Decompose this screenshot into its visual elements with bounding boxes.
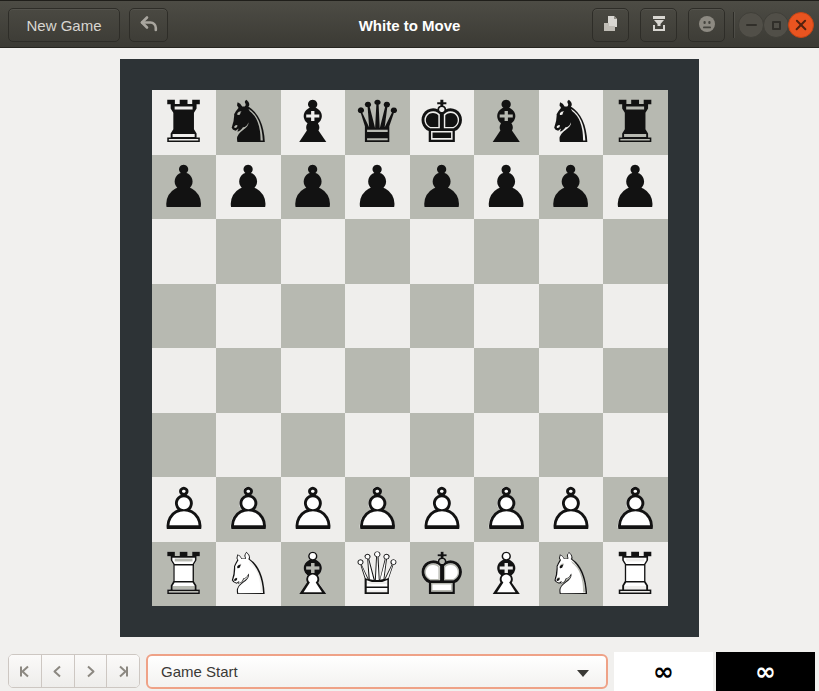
new-game-label: New Game (26, 17, 101, 34)
white-pawn: ♟♙ (351, 480, 403, 538)
square-h6[interactable] (603, 219, 668, 284)
black-pawn: ♟ (158, 158, 210, 216)
black-bishop: ♝ (480, 93, 532, 151)
square-a1[interactable]: ♜♖ (152, 542, 217, 607)
white-pawn: ♟♙ (416, 480, 468, 538)
square-h7[interactable]: ♟ (603, 155, 668, 220)
square-b8[interactable]: ♞ (216, 90, 281, 155)
square-c4[interactable] (281, 348, 346, 413)
move-selector-dropdown[interactable]: Game Start (146, 654, 608, 689)
save-game-button[interactable] (592, 8, 629, 42)
white-clock: ∞ (614, 652, 713, 691)
square-a6[interactable] (152, 219, 217, 284)
square-f5[interactable] (474, 284, 539, 349)
white-king: ♚♔ (416, 545, 468, 603)
square-c8[interactable]: ♝ (281, 90, 346, 155)
previous-move-button[interactable] (42, 655, 75, 687)
square-e7[interactable]: ♟ (410, 155, 475, 220)
square-e5[interactable] (410, 284, 475, 349)
square-g7[interactable]: ♟ (539, 155, 604, 220)
black-pawn: ♟ (351, 158, 403, 216)
square-g8[interactable]: ♞ (539, 90, 604, 155)
square-f6[interactable] (474, 219, 539, 284)
square-b2[interactable]: ♟♙ (216, 477, 281, 542)
white-bishop: ♝♗ (287, 545, 339, 603)
square-e3[interactable] (410, 413, 475, 478)
square-h5[interactable] (603, 284, 668, 349)
minimize-icon (746, 24, 757, 26)
face-icon (697, 14, 717, 37)
black-rook: ♜ (609, 93, 661, 151)
square-e8[interactable]: ♚ (410, 90, 475, 155)
square-c2[interactable]: ♟♙ (281, 477, 346, 542)
gnome-chess-window: New Game White to Move (0, 0, 819, 691)
square-a4[interactable] (152, 348, 217, 413)
square-c7[interactable]: ♟ (281, 155, 346, 220)
board-frame: ♜♞♝♛♚♝♞♜♟♟♟♟♟♟♟♟♟♙♟♙♟♙♟♙♟♙♟♙♟♙♟♙♜♖♞♘♝♗♛♕… (120, 59, 699, 637)
undo-move-button[interactable] (129, 8, 168, 42)
first-move-icon (17, 664, 32, 679)
black-bishop: ♝ (287, 93, 339, 151)
white-pawn: ♟♙ (480, 480, 532, 538)
square-e6[interactable] (410, 219, 475, 284)
chess-board: ♜♞♝♛♚♝♞♜♟♟♟♟♟♟♟♟♟♙♟♙♟♙♟♙♟♙♟♙♟♙♟♙♜♖♞♘♝♗♛♕… (152, 90, 668, 606)
black-knight: ♞ (545, 93, 597, 151)
white-pawn: ♟♙ (222, 480, 274, 538)
white-rook: ♜♖ (609, 545, 661, 603)
square-e2[interactable]: ♟♙ (410, 477, 475, 542)
close-icon (795, 19, 807, 31)
square-a5[interactable] (152, 284, 217, 349)
square-c1[interactable]: ♝♗ (281, 542, 346, 607)
white-rook: ♜♖ (158, 545, 210, 603)
square-f8[interactable]: ♝ (474, 90, 539, 155)
black-pawn: ♟ (480, 158, 532, 216)
last-move-button[interactable] (107, 655, 139, 687)
square-b3[interactable] (216, 413, 281, 478)
square-a7[interactable]: ♟ (152, 155, 217, 220)
square-c5[interactable] (281, 284, 346, 349)
square-f3[interactable] (474, 413, 539, 478)
square-g6[interactable] (539, 219, 604, 284)
move-history-nav (8, 654, 140, 688)
square-e4[interactable] (410, 348, 475, 413)
minimize-button[interactable] (738, 12, 764, 38)
square-d7[interactable]: ♟ (345, 155, 410, 220)
black-pawn: ♟ (609, 158, 661, 216)
white-pawn: ♟♙ (158, 480, 210, 538)
new-game-button[interactable]: New Game (8, 8, 120, 42)
black-clock-value: ∞ (755, 657, 776, 686)
white-clock-value: ∞ (653, 657, 674, 686)
square-h8[interactable]: ♜ (603, 90, 668, 155)
square-g5[interactable] (539, 284, 604, 349)
square-d4[interactable] (345, 348, 410, 413)
square-b1[interactable]: ♞♘ (216, 542, 281, 607)
square-b6[interactable] (216, 219, 281, 284)
black-queen: ♛ (351, 93, 403, 151)
maximize-icon (772, 21, 781, 30)
first-move-button[interactable] (9, 655, 42, 687)
square-e1[interactable]: ♚♔ (410, 542, 475, 607)
white-knight: ♞♘ (545, 545, 597, 603)
previous-move-icon (50, 664, 65, 679)
square-d6[interactable] (345, 219, 410, 284)
square-a8[interactable]: ♜ (152, 90, 217, 155)
close-button[interactable] (788, 12, 814, 38)
header-separator (733, 12, 734, 38)
square-c6[interactable] (281, 219, 346, 284)
square-g2[interactable]: ♟♙ (539, 477, 604, 542)
square-h4[interactable] (603, 348, 668, 413)
black-pawn: ♟ (287, 158, 339, 216)
square-f2[interactable]: ♟♙ (474, 477, 539, 542)
white-knight: ♞♘ (222, 545, 274, 603)
white-pawn: ♟♙ (545, 480, 597, 538)
black-rook: ♜ (158, 93, 210, 151)
next-move-button[interactable] (75, 655, 108, 687)
square-f1[interactable]: ♝♗ (474, 542, 539, 607)
square-h1[interactable]: ♜♖ (603, 542, 668, 607)
black-knight: ♞ (222, 93, 274, 151)
square-g3[interactable] (539, 413, 604, 478)
pause-hourglass-icon (649, 14, 669, 37)
square-f4[interactable] (474, 348, 539, 413)
square-f7[interactable]: ♟ (474, 155, 539, 220)
black-pawn: ♟ (222, 158, 274, 216)
square-b4[interactable] (216, 348, 281, 413)
square-c3[interactable] (281, 413, 346, 478)
white-pawn: ♟♙ (609, 480, 661, 538)
last-move-icon (116, 664, 131, 679)
pause-game-button[interactable] (640, 8, 677, 42)
maximize-button[interactable] (763, 12, 789, 38)
white-bishop: ♝♗ (480, 545, 532, 603)
white-queen: ♛♕ (351, 545, 403, 603)
square-g4[interactable] (539, 348, 604, 413)
undo-icon (138, 15, 159, 35)
save-game-icon (601, 14, 621, 37)
square-h3[interactable] (603, 413, 668, 478)
black-clock: ∞ (716, 652, 815, 691)
chevron-down-icon (577, 670, 589, 677)
square-h2[interactable]: ♟♙ (603, 477, 668, 542)
black-king: ♚ (416, 93, 468, 151)
square-a3[interactable] (152, 413, 217, 478)
next-move-icon (83, 664, 98, 679)
square-d1[interactable]: ♛♕ (345, 542, 410, 607)
black-pawn: ♟ (545, 158, 597, 216)
white-pawn: ♟♙ (287, 480, 339, 538)
square-b5[interactable] (216, 284, 281, 349)
move-selector-value: Game Start (161, 663, 238, 680)
square-a2[interactable]: ♟♙ (152, 477, 217, 542)
square-d8[interactable]: ♛ (345, 90, 410, 155)
square-d5[interactable] (345, 284, 410, 349)
square-d2[interactable]: ♟♙ (345, 477, 410, 542)
black-pawn: ♟ (416, 158, 468, 216)
square-b7[interactable]: ♟ (216, 155, 281, 220)
claim-draw-button[interactable] (688, 8, 725, 42)
headerbar: New Game White to Move (0, 0, 819, 48)
square-d3[interactable] (345, 413, 410, 478)
square-g1[interactable]: ♞♘ (539, 542, 604, 607)
